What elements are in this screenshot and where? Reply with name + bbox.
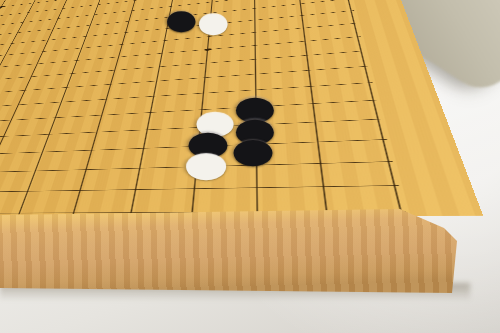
intersection[interactable]	[349, 128, 422, 152]
intersection[interactable]	[353, 150, 429, 175]
intersection[interactable]	[116, 138, 173, 159]
intersection[interactable]	[58, 159, 116, 180]
go-board-photo-scene: ●●●●●●●●●●●●●●●●	[0, 0, 500, 333]
intersection[interactable]	[111, 157, 170, 179]
intersection[interactable]	[290, 174, 362, 199]
intersection[interactable]	[50, 180, 110, 202]
intersection[interactable]	[120, 120, 175, 140]
intersection[interactable]	[70, 122, 124, 142]
intersection[interactable]	[288, 152, 357, 176]
intersection[interactable]	[345, 108, 415, 131]
intersection[interactable]	[7, 161, 64, 182]
intersection[interactable]	[357, 173, 437, 199]
intersection[interactable]	[287, 131, 353, 154]
intersection[interactable]	[0, 181, 58, 203]
intersection[interactable]	[105, 178, 166, 201]
intersection[interactable]	[225, 176, 291, 201]
intersection[interactable]	[285, 111, 348, 133]
intersection[interactable]	[64, 140, 120, 161]
intersection[interactable]	[15, 142, 70, 162]
